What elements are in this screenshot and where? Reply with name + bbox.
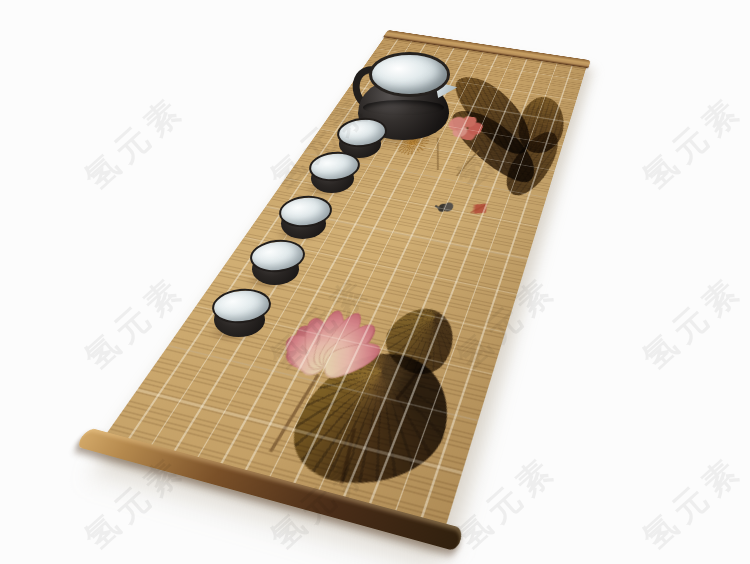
- teacup: [279, 196, 328, 239]
- teacup: [309, 152, 356, 193]
- teacup: [250, 240, 301, 285]
- teacups-group: [0, 0, 750, 564]
- teacup: [212, 289, 267, 337]
- product-photo-canvas: Bamboo tea mat runner with hand-painted …: [0, 0, 750, 564]
